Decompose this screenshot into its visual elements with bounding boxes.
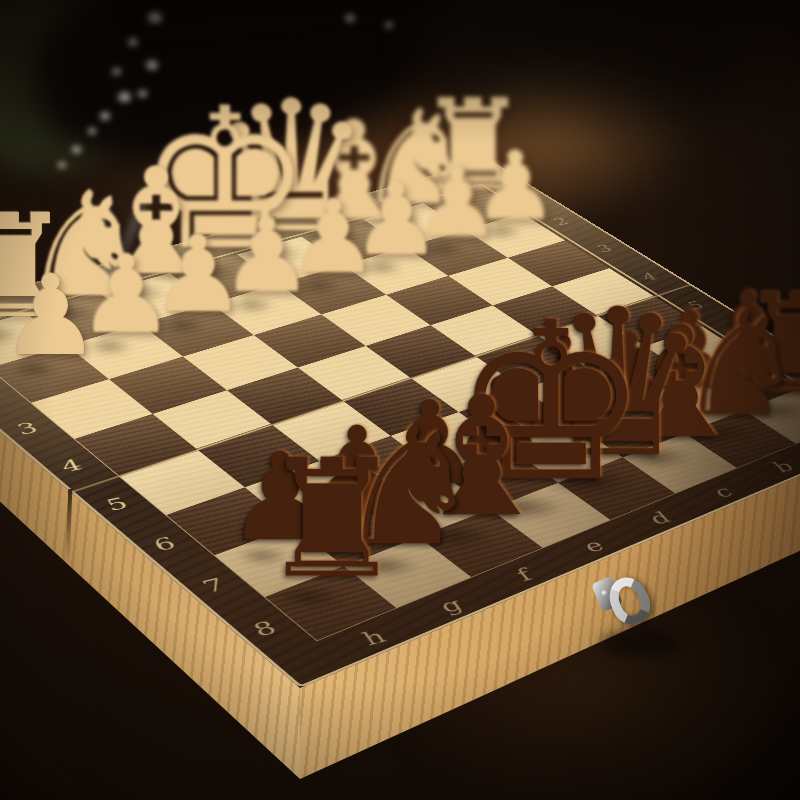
piece-black-rook-h8: ♜ — [259, 438, 404, 600]
chess-set-photo: 1122334455667788aabbccddeeffgghh ♜♞♟♝♟♛♟… — [0, 0, 800, 800]
white-pawn-glyph: ♟ — [1, 260, 101, 371]
piece-white-pawn-h2: ♟ — [1, 260, 101, 371]
pieces-layer: ♜♞♟♝♟♛♟♚♟♝♟♞♟♜♟♟♟♟♜♟♞♟♝♟♛♟♚♟♝♟♞♜ — [0, 0, 800, 800]
black-rook-glyph: ♜ — [259, 438, 404, 600]
